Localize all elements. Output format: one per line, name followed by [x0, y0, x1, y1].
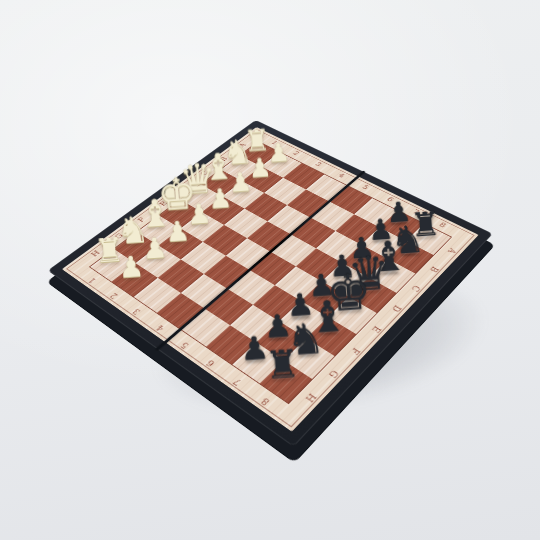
piece-white-pawn-h2[interactable]: ♟: [100, 251, 163, 284]
piece-black-rook-h8[interactable]: ♜: [246, 343, 318, 386]
product-photo-stage: 11AA22BB33CC44DD55EE66FF77GG88HH ♜♟♞♟♝♟♛…: [0, 0, 540, 540]
